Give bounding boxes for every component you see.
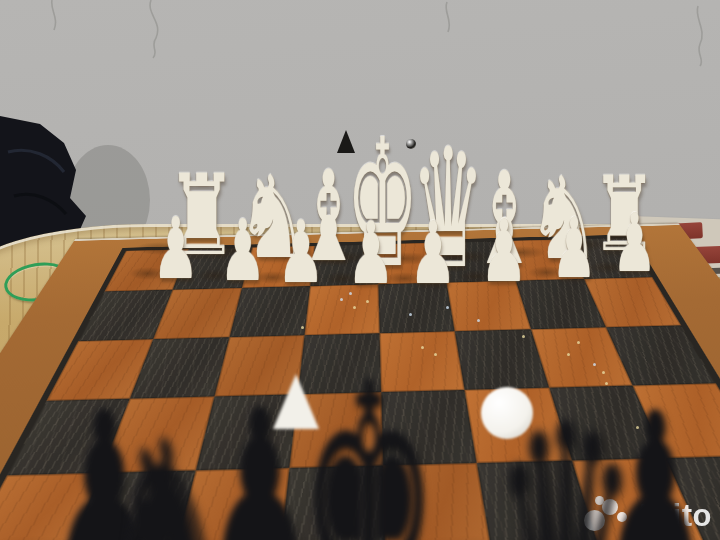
avito-logo-icon	[584, 498, 628, 532]
e8-finial	[273, 374, 319, 429]
square-f2	[229, 286, 310, 336]
e1-finial	[337, 130, 355, 153]
square-d5	[383, 463, 493, 540]
square-d4	[381, 390, 477, 466]
square-e2	[304, 284, 379, 334]
avito-watermark: Avito	[584, 498, 712, 532]
chessboard-squares	[0, 238, 720, 540]
d1-finial	[406, 139, 416, 149]
chess-set-photo: ♜♞♝♚♛♝♞♜♟♟♟♟♟♟♟♟♟♞♟♚♛♟♜ Avito	[0, 0, 720, 540]
watermark-text: Avito	[633, 500, 712, 531]
d8-finial	[481, 387, 533, 439]
clothing-pile	[0, 0, 200, 260]
square-d2	[378, 283, 455, 333]
square-d3	[380, 331, 465, 392]
square-e5	[278, 465, 385, 540]
